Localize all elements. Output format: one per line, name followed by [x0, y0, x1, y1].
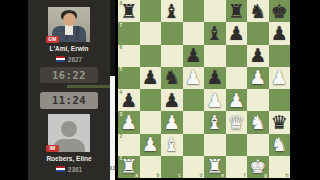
square-e2[interactable] — [204, 134, 226, 156]
im-title-badge: IM — [46, 145, 59, 152]
square-d1[interactable]: d — [183, 156, 205, 178]
white-pawn[interactable]: ♟ — [118, 111, 140, 133]
black-queen[interactable]: ♛ — [269, 111, 291, 133]
black-king[interactable]: ♚ — [269, 0, 291, 22]
square-h6[interactable] — [269, 45, 291, 67]
square-e1[interactable]: e♜ — [204, 156, 226, 178]
square-c3[interactable]: ♟ — [161, 111, 183, 133]
gm-title-badge: GM — [46, 36, 59, 43]
black-pawn[interactable]: ♟ — [183, 45, 205, 67]
black-rook[interactable]: ♜ — [226, 0, 248, 22]
file-label-d: d — [199, 173, 202, 178]
photo-face — [63, 13, 76, 26]
white-pawn[interactable]: ♟ — [161, 111, 183, 133]
square-d8[interactable] — [183, 0, 205, 22]
square-f3[interactable]: ♛ — [226, 111, 248, 133]
square-c8[interactable]: ♝ — [161, 0, 183, 22]
black-pawn[interactable]: ♟ — [140, 67, 162, 89]
square-a5[interactable]: 5 — [118, 67, 140, 89]
black-rook[interactable]: ♜ — [118, 0, 140, 22]
rank-label-6: 6 — [120, 45, 123, 50]
white-rook[interactable]: ♜ — [204, 156, 226, 178]
square-b8[interactable] — [140, 0, 162, 22]
black-pawn[interactable]: ♟ — [161, 89, 183, 111]
square-g7[interactable] — [247, 22, 269, 44]
square-b6[interactable] — [140, 45, 162, 67]
square-e8[interactable] — [204, 0, 226, 22]
white-bishop[interactable]: ♝ — [161, 134, 183, 156]
white-pawn[interactable]: ♟ — [140, 134, 162, 156]
square-g6[interactable]: ♟ — [247, 45, 269, 67]
square-b2[interactable]: ♟ — [140, 134, 162, 156]
square-a4[interactable]: 4♟ — [118, 89, 140, 111]
square-a6[interactable]: 6 — [118, 45, 140, 67]
person-icon — [61, 121, 77, 137]
square-b1[interactable]: b — [140, 156, 162, 178]
square-c2[interactable]: ♝ — [161, 134, 183, 156]
square-e3[interactable]: ♝ — [204, 111, 226, 133]
black-bishop[interactable]: ♝ — [204, 22, 226, 44]
square-h4[interactable] — [269, 89, 291, 111]
square-d6[interactable]: ♟ — [183, 45, 205, 67]
square-e4[interactable]: ♟ — [204, 89, 226, 111]
black-pawn[interactable]: ♟ — [247, 45, 269, 67]
square-f7[interactable]: ♟ — [226, 22, 248, 44]
chess-board[interactable]: 8♜♝♜♞♚7♝♟♟6♟♟5♟♞♟♟♟♟4♟♟♟♟3♟♟♝♛♞♛2♟♝♞1a♜b… — [118, 0, 290, 178]
square-a7[interactable]: 7 — [118, 22, 140, 44]
square-h3[interactable]: ♛ — [269, 111, 291, 133]
square-a2[interactable]: 2 — [118, 134, 140, 156]
time-usage-strip — [67, 85, 110, 88]
player-name-bottom: Roebers, Eline — [28, 155, 110, 162]
broadcast-frame: GM L'Ami, Erwin 2627 16:22 11:24 IM Roeb… — [0, 0, 320, 180]
black-pawn[interactable]: ♟ — [118, 89, 140, 111]
black-pawn[interactable]: ♟ — [269, 22, 291, 44]
player-rating-top: 2627 — [68, 56, 82, 63]
square-g4[interactable] — [247, 89, 269, 111]
square-d3[interactable] — [183, 111, 205, 133]
black-pawn[interactable]: ♟ — [226, 22, 248, 44]
white-queen[interactable]: ♛ — [226, 111, 248, 133]
square-f4[interactable]: ♟ — [226, 89, 248, 111]
square-b4[interactable] — [140, 89, 162, 111]
square-f1[interactable]: f — [226, 156, 248, 178]
square-c7[interactable] — [161, 22, 183, 44]
square-h1[interactable]: h — [269, 156, 291, 178]
black-bishop[interactable]: ♝ — [161, 0, 183, 22]
square-h7[interactable]: ♟ — [269, 22, 291, 44]
square-b7[interactable] — [140, 22, 162, 44]
file-label-c: c — [178, 173, 181, 178]
square-a1[interactable]: 1a♜ — [118, 156, 140, 178]
white-king[interactable]: ♚ — [247, 156, 269, 178]
white-pawn[interactable]: ♟ — [226, 89, 248, 111]
player-rating-row-bottom: 2361 — [28, 166, 110, 173]
square-g1[interactable]: g♚ — [247, 156, 269, 178]
square-f5[interactable] — [226, 67, 248, 89]
square-h5[interactable]: ♟ — [269, 67, 291, 89]
square-d5[interactable]: ♟ — [183, 67, 205, 89]
square-c4[interactable]: ♟ — [161, 89, 183, 111]
rank-label-7: 7 — [120, 23, 123, 28]
rank-label-2: 2 — [120, 134, 123, 139]
player-name-top: L'Ami, Erwin — [28, 45, 110, 52]
square-f6[interactable] — [226, 45, 248, 67]
file-label-h: h — [285, 173, 288, 178]
square-d7[interactable] — [183, 22, 205, 44]
white-pawn[interactable]: ♟ — [269, 67, 291, 89]
square-g2[interactable] — [247, 134, 269, 156]
white-rook[interactable]: ♜ — [118, 156, 140, 178]
black-knight[interactable]: ♞ — [247, 0, 269, 22]
player-rating-row-top: 2627 — [28, 56, 110, 63]
square-h2[interactable]: ♞ — [269, 134, 291, 156]
photo-shirt — [65, 25, 73, 35]
square-f8[interactable]: ♜ — [226, 0, 248, 22]
rank-label-5: 5 — [120, 67, 123, 72]
white-pawn[interactable]: ♟ — [183, 67, 205, 89]
square-b5[interactable]: ♟ — [140, 67, 162, 89]
players-panel: GM L'Ami, Erwin 2627 16:22 11:24 IM Roeb… — [28, 0, 110, 180]
black-pawn[interactable]: ♟ — [204, 67, 226, 89]
square-e6[interactable] — [204, 45, 226, 67]
white-pawn[interactable]: ♟ — [247, 67, 269, 89]
white-bishop[interactable]: ♝ — [204, 111, 226, 133]
netherlands-flag-icon — [56, 56, 65, 62]
white-knight[interactable]: ♞ — [247, 111, 269, 133]
square-e7[interactable]: ♝ — [204, 22, 226, 44]
square-g5[interactable]: ♟ — [247, 67, 269, 89]
square-a3[interactable]: 3♟ — [118, 111, 140, 133]
square-c6[interactable] — [161, 45, 183, 67]
square-c1[interactable]: c — [161, 156, 183, 178]
square-g8[interactable]: ♞ — [247, 0, 269, 22]
netherlands-flag-icon — [56, 166, 65, 172]
square-f2[interactable] — [226, 134, 248, 156]
square-d4[interactable] — [183, 89, 205, 111]
black-knight[interactable]: ♞ — [161, 67, 183, 89]
white-knight[interactable]: ♞ — [269, 134, 291, 156]
file-label-b: b — [156, 173, 159, 178]
square-d2[interactable] — [183, 134, 205, 156]
square-e5[interactable]: ♟ — [204, 67, 226, 89]
square-b3[interactable] — [140, 111, 162, 133]
eval-white-fill — [110, 76, 115, 180]
clock-bottom: 11:24 — [40, 92, 98, 109]
file-label-f: f — [244, 173, 246, 178]
clock-top: 16:22 — [40, 67, 98, 83]
eval-bar — [110, 0, 115, 180]
player-rating-bottom: 2361 — [68, 166, 82, 173]
square-g3[interactable]: ♞ — [247, 111, 269, 133]
square-c5[interactable]: ♞ — [161, 67, 183, 89]
white-pawn[interactable]: ♟ — [204, 89, 226, 111]
square-a8[interactable]: 8♜ — [118, 0, 140, 22]
square-h8[interactable]: ♚ — [269, 0, 291, 22]
